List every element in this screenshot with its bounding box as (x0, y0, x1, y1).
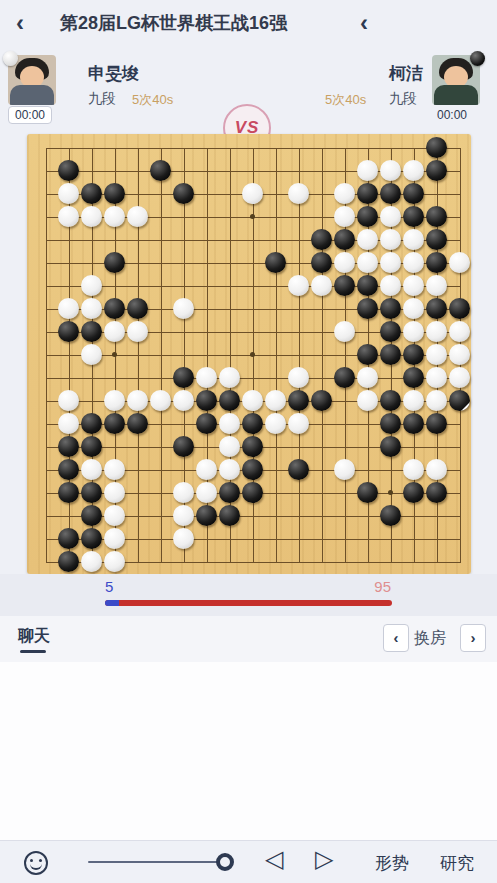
white-stone (265, 413, 286, 434)
black-stone (81, 436, 102, 457)
player-right-name: 柯洁 (389, 62, 423, 85)
black-stone (311, 390, 332, 411)
tab-chat[interactable]: 聊天 (18, 626, 50, 647)
white-stone (219, 413, 240, 434)
black-stone (104, 252, 125, 273)
black-stone (58, 160, 79, 181)
white-stone (357, 367, 378, 388)
move-slider-track[interactable] (88, 861, 232, 863)
white-stone (357, 229, 378, 250)
black-stone (357, 344, 378, 365)
white-stone (104, 505, 125, 526)
white-stone (104, 206, 125, 227)
black-stone (334, 367, 355, 388)
last-move-marker (461, 402, 470, 411)
black-stone (104, 413, 125, 434)
black-stone (58, 321, 79, 342)
white-stone (219, 436, 240, 457)
white-stone (380, 252, 401, 273)
white-stone (334, 321, 355, 342)
white-stone (449, 252, 470, 273)
white-stone (242, 390, 263, 411)
chat-row: 聊天 ‹ 换房 › (0, 616, 497, 662)
white-stone (288, 367, 309, 388)
white-stone (403, 298, 424, 319)
black-stone (265, 252, 286, 273)
white-stone (150, 390, 171, 411)
black-stone (242, 482, 263, 503)
white-stone (426, 344, 447, 365)
tab-chat-underline (20, 650, 46, 653)
white-stone (426, 390, 447, 411)
black-stone (334, 275, 355, 296)
black-stone (403, 367, 424, 388)
black-stone (104, 183, 125, 204)
white-stone (58, 413, 79, 434)
player-left-name: 申旻埈 (88, 62, 139, 85)
white-stone (173, 298, 194, 319)
black-stone (357, 183, 378, 204)
winrate-white-value: 95 (355, 578, 391, 595)
star-point (250, 214, 255, 219)
black-stone (219, 482, 240, 503)
black-stone (403, 344, 424, 365)
players-panel: 申旻埈 九段 5次40s 00:00 VS 151 柯洁 5次40s 九段 00… (0, 46, 497, 134)
white-stone (81, 344, 102, 365)
black-stone (426, 206, 447, 227)
player-left-clock: 00:00 (8, 106, 52, 124)
black-stone (173, 183, 194, 204)
white-stone (81, 275, 102, 296)
black-stone (173, 367, 194, 388)
white-stone (58, 298, 79, 319)
white-stone (426, 459, 447, 480)
white-stone (196, 367, 217, 388)
black-stone (58, 482, 79, 503)
white-stone (334, 183, 355, 204)
white-stone (288, 413, 309, 434)
white-stone (403, 252, 424, 273)
white-stone-badge (3, 51, 18, 66)
white-stone (426, 275, 447, 296)
white-stone (449, 344, 470, 365)
white-stone (288, 275, 309, 296)
white-stone (242, 183, 263, 204)
player-right-rank: 九段 (389, 90, 417, 108)
black-stone (426, 137, 447, 158)
black-stone (288, 390, 309, 411)
white-stone (334, 459, 355, 480)
black-stone (426, 160, 447, 181)
black-stone (104, 298, 125, 319)
star-point (250, 352, 255, 357)
black-stone (196, 505, 217, 526)
bottom-toolbar: ◁ ▷ 形势 研究 (0, 840, 497, 883)
white-stone (81, 551, 102, 572)
winrate-bar-left-segment (105, 600, 119, 606)
black-stone (380, 321, 401, 342)
black-stone (357, 298, 378, 319)
black-stone (127, 298, 148, 319)
black-stone (334, 229, 355, 250)
back-icon[interactable]: ‹ (16, 0, 24, 46)
white-stone (104, 551, 125, 572)
white-stone (426, 367, 447, 388)
black-stone (403, 206, 424, 227)
black-stone (403, 413, 424, 434)
black-stone (196, 413, 217, 434)
white-stone (104, 321, 125, 342)
white-stone (58, 183, 79, 204)
white-stone (81, 206, 102, 227)
go-board[interactable] (27, 134, 471, 574)
black-stone (81, 183, 102, 204)
black-stone (58, 528, 79, 549)
white-stone (219, 459, 240, 480)
white-stone (380, 229, 401, 250)
white-stone (104, 528, 125, 549)
black-stone (426, 482, 447, 503)
black-stone (127, 413, 148, 434)
situation-button[interactable]: 形势 (375, 852, 409, 875)
white-stone (403, 229, 424, 250)
black-stone (196, 390, 217, 411)
black-stone (81, 505, 102, 526)
white-stone (403, 390, 424, 411)
move-slider-knob[interactable] (216, 853, 234, 871)
white-stone (173, 505, 194, 526)
black-stone (357, 206, 378, 227)
black-stone (426, 252, 447, 273)
black-stone (380, 183, 401, 204)
white-stone (380, 160, 401, 181)
black-stone (219, 390, 240, 411)
black-stone (449, 298, 470, 319)
white-stone (403, 321, 424, 342)
room-prev-button[interactable]: ‹ (383, 624, 409, 652)
black-stone (81, 528, 102, 549)
black-stone (242, 413, 263, 434)
winrate-black-value: 5 (105, 578, 113, 595)
black-stone (150, 160, 171, 181)
white-stone (334, 252, 355, 273)
room-next-button[interactable]: › (460, 624, 486, 652)
white-stone (104, 390, 125, 411)
white-stone (196, 482, 217, 503)
white-stone (403, 275, 424, 296)
white-stone (173, 390, 194, 411)
black-stone (380, 344, 401, 365)
black-stone (380, 298, 401, 319)
star-point (388, 490, 393, 495)
white-stone (104, 482, 125, 503)
white-stone (173, 482, 194, 503)
black-stone-badge (470, 51, 485, 66)
black-stone (426, 229, 447, 250)
black-stone (311, 229, 332, 250)
black-stone (242, 436, 263, 457)
winrate-strip: 5 95 (0, 574, 497, 616)
white-stone (127, 321, 148, 342)
white-stone (196, 459, 217, 480)
white-stone (357, 390, 378, 411)
chat-message-area (0, 662, 497, 840)
prev-move-button[interactable]: ◁ (265, 845, 283, 873)
black-stone (380, 390, 401, 411)
white-stone (173, 528, 194, 549)
collapse-icon[interactable]: ‹ (360, 0, 368, 46)
white-stone (311, 275, 332, 296)
black-stone (380, 436, 401, 457)
white-stone (403, 160, 424, 181)
black-stone (449, 390, 470, 411)
white-stone (127, 206, 148, 227)
white-stone (288, 183, 309, 204)
black-stone (426, 413, 447, 434)
black-stone (219, 505, 240, 526)
white-stone (449, 321, 470, 342)
white-stone (104, 459, 125, 480)
white-stone (357, 160, 378, 181)
white-stone (403, 459, 424, 480)
white-stone (334, 206, 355, 227)
player-left-byoyomi: 5次40s (132, 91, 173, 109)
black-stone (58, 436, 79, 457)
emoji-icon[interactable] (24, 851, 48, 875)
black-stone (81, 321, 102, 342)
black-stone (81, 413, 102, 434)
black-stone (403, 183, 424, 204)
white-stone (449, 367, 470, 388)
black-stone (81, 482, 102, 503)
white-stone (426, 321, 447, 342)
nav-bar: ‹ 第28届LG杯世界棋王战16强 ‹ (0, 0, 497, 46)
player-right-clock: 00:00 (437, 108, 467, 122)
white-stone (127, 390, 148, 411)
black-stone (426, 298, 447, 319)
room-label: 换房 (414, 628, 446, 649)
player-right-byoyomi: 5次40s (325, 91, 366, 109)
black-stone (288, 459, 309, 480)
winrate-bar (105, 600, 392, 606)
white-stone (357, 252, 378, 273)
black-stone (357, 482, 378, 503)
black-stone (173, 436, 194, 457)
white-stone (58, 390, 79, 411)
black-stone (311, 252, 332, 273)
black-stone (357, 275, 378, 296)
black-stone (58, 551, 79, 572)
research-button[interactable]: 研究 (440, 852, 474, 875)
white-stone (380, 206, 401, 227)
black-stone (380, 505, 401, 526)
white-stone (380, 275, 401, 296)
star-point (112, 352, 117, 357)
black-stone (242, 459, 263, 480)
white-stone (58, 206, 79, 227)
white-stone (219, 367, 240, 388)
black-stone (403, 482, 424, 503)
white-stone (265, 390, 286, 411)
white-stone (81, 459, 102, 480)
black-stone (58, 459, 79, 480)
next-move-button[interactable]: ▷ (315, 845, 333, 873)
black-stone (380, 413, 401, 434)
player-left-rank: 九段 (88, 90, 116, 108)
page-title: 第28届LG杯世界棋王战16强 (60, 0, 287, 46)
white-stone (81, 298, 102, 319)
